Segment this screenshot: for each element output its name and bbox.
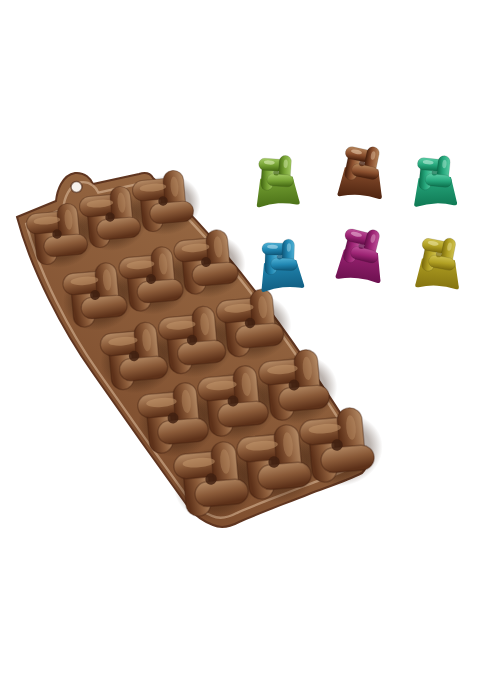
- candy-brown: [337, 144, 385, 199]
- chocolate-mold: [17, 164, 391, 530]
- candy-magenta: [335, 226, 385, 284]
- candy-blue: [256, 237, 304, 292]
- scene-svg: [0, 0, 500, 678]
- candy-green: [253, 154, 299, 208]
- product-photo: [0, 0, 500, 678]
- candy-teal-green: [412, 155, 457, 207]
- candy-olive-yellow: [415, 236, 461, 290]
- hang-hole: [71, 182, 82, 193]
